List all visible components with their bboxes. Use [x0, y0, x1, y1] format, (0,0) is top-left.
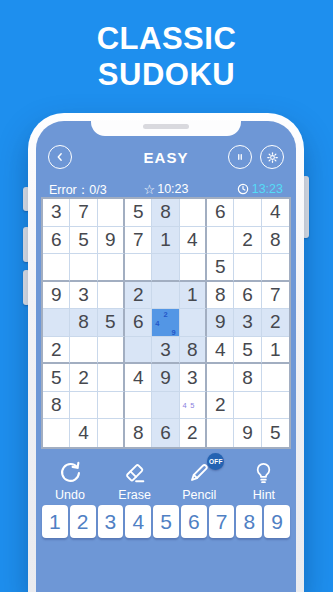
- cell-value: 6: [160, 422, 171, 444]
- cell-value: 3: [51, 201, 62, 223]
- cell-value: 8: [133, 422, 144, 444]
- cell-value: 4: [215, 339, 226, 361]
- cell-r9c6[interactable]: 2: [180, 419, 207, 447]
- cell-r2c4[interactable]: 7: [125, 227, 152, 255]
- cell-r8c1[interactable]: 8: [43, 392, 70, 420]
- numpad-key-5[interactable]: 5: [153, 505, 179, 538]
- cell-r1c4[interactable]: 5: [125, 199, 152, 227]
- status-bar: Error：0/3 ☆ 10:23 13:23: [49, 182, 283, 198]
- cell-r1c2[interactable]: 7: [70, 199, 97, 227]
- cell-value: 5: [133, 201, 144, 223]
- cell-r7c9[interactable]: [262, 364, 289, 392]
- cell-r4c6[interactable]: 1: [180, 282, 207, 310]
- cell-r2c3[interactable]: 9: [98, 227, 125, 255]
- cell-value: 3: [187, 367, 198, 389]
- cell-r3c5[interactable]: [152, 254, 179, 282]
- bulb-icon: [251, 459, 276, 485]
- cell-value: 5: [270, 422, 281, 444]
- cell-r2c9[interactable]: 8: [262, 227, 289, 255]
- star-icon: ☆: [144, 183, 156, 196]
- cell-r7c4[interactable]: 4: [125, 364, 152, 392]
- cell-value: 8: [215, 284, 226, 306]
- cell-value: 2: [215, 394, 226, 416]
- cell-value: 5: [215, 256, 226, 278]
- error-label: Error：: [49, 183, 89, 197]
- cell-r7c8[interactable]: 8: [234, 364, 261, 392]
- cell-r2c6[interactable]: 4: [180, 227, 207, 255]
- erase-button[interactable]: Erase: [107, 459, 163, 502]
- difficulty-label: EASY: [36, 149, 296, 166]
- cell-value: 4: [187, 229, 198, 251]
- cell-r7c2[interactable]: 2: [70, 364, 97, 392]
- cell-value: 2: [242, 229, 253, 251]
- cell-r5c3[interactable]: 5: [98, 309, 125, 337]
- numpad-key-3[interactable]: 3: [98, 505, 124, 538]
- cell-r3c8[interactable]: [234, 254, 261, 282]
- cell-r1c3[interactable]: [98, 199, 125, 227]
- cell-value: 1: [187, 284, 198, 306]
- cell-r3c4[interactable]: [125, 254, 152, 282]
- pencil-button[interactable]: Pencil OFF: [171, 459, 227, 502]
- cell-r2c5[interactable]: 1: [152, 227, 179, 255]
- numpad-key-1[interactable]: 1: [42, 505, 68, 538]
- cell-value: 7: [78, 201, 89, 223]
- cell-r1c1[interactable]: 3: [43, 199, 70, 227]
- cell-value: 8: [187, 339, 198, 361]
- cell-value: 4: [270, 201, 281, 223]
- numpad: 123456789: [42, 505, 290, 538]
- cell-r7c7[interactable]: [207, 364, 234, 392]
- cell-value: 5: [78, 229, 89, 251]
- cell-value: 5: [105, 311, 116, 333]
- star-time: ☆ 10:23: [144, 182, 189, 196]
- cell-r8c8[interactable]: [234, 392, 261, 420]
- cell-r6c5[interactable]: 3: [152, 337, 179, 365]
- cell-value: 1: [270, 339, 281, 361]
- cell-r9c3[interactable]: [98, 419, 125, 447]
- cell-value: 2: [270, 311, 281, 333]
- cell-r8c2[interactable]: [70, 392, 97, 420]
- eraser-icon: [122, 459, 147, 485]
- cell-r8c6[interactable]: 45: [180, 392, 207, 420]
- cell-r1c5[interactable]: 8: [152, 199, 179, 227]
- cell-value: 2: [187, 422, 198, 444]
- cell-value: 7: [270, 284, 281, 306]
- cell-r8c5[interactable]: [152, 392, 179, 420]
- pencil-notes: 249: [153, 310, 177, 335]
- numpad-key-9[interactable]: 9: [264, 505, 290, 538]
- cell-r9c1[interactable]: [43, 419, 70, 447]
- cell-r7c6[interactable]: 3: [180, 364, 207, 392]
- cell-r4c3[interactable]: [98, 282, 125, 310]
- cell-r3c1[interactable]: [43, 254, 70, 282]
- cell-r4c9[interactable]: 7: [262, 282, 289, 310]
- cell-r3c7[interactable]: 5: [207, 254, 234, 282]
- cell-value: 8: [242, 367, 253, 389]
- cell-value: 3: [242, 311, 253, 333]
- phone: EASY Error：0/3: [28, 113, 304, 592]
- timer: 13:23: [237, 182, 283, 196]
- cell-value: 6: [51, 229, 62, 251]
- cell-r5c1[interactable]: [43, 309, 70, 337]
- gear-icon: [265, 150, 280, 165]
- undo-icon: [58, 459, 83, 485]
- app-title: CLASSIC SUDOKU: [0, 21, 333, 93]
- cell-r6c6[interactable]: 8: [180, 337, 207, 365]
- cell-value: 4: [78, 422, 89, 444]
- star-value: 10:23: [157, 182, 188, 196]
- cell-value: 6: [215, 201, 226, 223]
- pencil-label: Pencil: [182, 488, 216, 502]
- cell-value: 8: [270, 229, 281, 251]
- hint-button[interactable]: Hint: [236, 459, 292, 502]
- cell-value: 9: [215, 311, 226, 333]
- cell-r4c8[interactable]: 6: [234, 282, 261, 310]
- cell-r3c6[interactable]: [180, 254, 207, 282]
- cell-r9c7[interactable]: [207, 419, 234, 447]
- notch: [91, 121, 241, 136]
- cell-value: 2: [51, 339, 62, 361]
- cell-r7c5[interactable]: 9: [152, 364, 179, 392]
- cell-r6c4[interactable]: [125, 337, 152, 365]
- cell-r5c7[interactable]: 9: [207, 309, 234, 337]
- cell-r1c6[interactable]: [180, 199, 207, 227]
- cell-r5c4[interactable]: 6: [125, 309, 152, 337]
- erase-label: Erase: [118, 488, 151, 502]
- cell-value: 7: [133, 229, 144, 251]
- cell-value: 5: [242, 339, 253, 361]
- hint-label: Hint: [253, 488, 275, 502]
- pencil-off-badge[interactable]: OFF: [207, 453, 224, 470]
- cell-value: 8: [51, 394, 62, 416]
- cell-r2c7[interactable]: [207, 227, 234, 255]
- cell-r9c5[interactable]: 6: [152, 419, 179, 447]
- pause-button[interactable]: [228, 145, 252, 169]
- cell-value: 9: [105, 229, 116, 251]
- cell-r2c2[interactable]: 5: [70, 227, 97, 255]
- cell-r3c3[interactable]: [98, 254, 125, 282]
- cell-r5c9[interactable]: 2: [262, 309, 289, 337]
- undo-button[interactable]: Undo: [42, 459, 98, 502]
- cell-r5c6[interactable]: [180, 309, 207, 337]
- cell-r4c1[interactable]: 9: [43, 282, 70, 310]
- header: EASY: [36, 145, 296, 171]
- speaker: [143, 124, 189, 129]
- cell-value: 3: [78, 284, 89, 306]
- numpad-key-4[interactable]: 4: [125, 505, 151, 538]
- cell-r6c7[interactable]: 4: [207, 337, 234, 365]
- cell-value: 4: [133, 367, 144, 389]
- pause-icon: [234, 151, 246, 163]
- cell-r6c2[interactable]: [70, 337, 97, 365]
- cell-value: 2: [78, 367, 89, 389]
- cell-r6c3[interactable]: [98, 337, 125, 365]
- cell-r4c7[interactable]: 8: [207, 282, 234, 310]
- clock-icon: [237, 183, 249, 195]
- cell-r6c9[interactable]: 1: [262, 337, 289, 365]
- numpad-key-8[interactable]: 8: [236, 505, 262, 538]
- sudoku-grid: 3758646597142859321867856249932238451524…: [41, 197, 291, 449]
- cell-r2c1[interactable]: 6: [43, 227, 70, 255]
- cell-r7c1[interactable]: 5: [43, 364, 70, 392]
- cell-value: 8: [160, 201, 171, 223]
- cell-r8c7[interactable]: 2: [207, 392, 234, 420]
- numpad-key-2[interactable]: 2: [70, 505, 96, 538]
- cell-r4c5[interactable]: [152, 282, 179, 310]
- timer-value: 13:23: [252, 182, 283, 196]
- cell-r5c8[interactable]: 3: [234, 309, 261, 337]
- cell-r3c9[interactable]: [262, 254, 289, 282]
- cell-r9c2[interactable]: 4: [70, 419, 97, 447]
- cell-r8c4[interactable]: [125, 392, 152, 420]
- cell-r9c4[interactable]: 8: [125, 419, 152, 447]
- cell-r7c3[interactable]: [98, 364, 125, 392]
- cell-r9c8[interactable]: 9: [234, 419, 261, 447]
- cell-r9c9[interactable]: 5: [262, 419, 289, 447]
- undo-label: Undo: [55, 488, 85, 502]
- cell-r6c8[interactable]: 5: [234, 337, 261, 365]
- cell-r3c2[interactable]: [70, 254, 97, 282]
- cell-r1c9[interactable]: 4: [262, 199, 289, 227]
- app-title-line1: CLASSIC: [0, 21, 333, 57]
- cell-value: 6: [242, 284, 253, 306]
- cell-r2c8[interactable]: 2: [234, 227, 261, 255]
- cell-value: 9: [242, 422, 253, 444]
- app-title-line2: SUDOKU: [0, 57, 333, 93]
- cell-value: 1: [160, 229, 171, 251]
- cell-value: 8: [78, 311, 89, 333]
- numpad-key-6[interactable]: 6: [181, 505, 207, 538]
- cell-r1c8[interactable]: [234, 199, 261, 227]
- numpad-key-7[interactable]: 7: [209, 505, 235, 538]
- cell-value: 2: [133, 284, 144, 306]
- cell-value: 5: [51, 367, 62, 389]
- settings-button[interactable]: [260, 145, 284, 169]
- cell-r4c2[interactable]: 3: [70, 282, 97, 310]
- error-value: 0/3: [89, 183, 106, 197]
- toolbar: Undo Erase: [42, 459, 292, 502]
- cell-r5c5[interactable]: 249: [152, 309, 179, 337]
- screen: EASY Error：0/3: [36, 121, 296, 592]
- cell-value: 9: [160, 367, 171, 389]
- pencil-notes: 45: [181, 393, 204, 418]
- cell-value: 9: [51, 284, 62, 306]
- cell-r5c2[interactable]: 8: [70, 309, 97, 337]
- cell-r1c7[interactable]: 6: [207, 199, 234, 227]
- cell-r4c4[interactable]: 2: [125, 282, 152, 310]
- cell-value: 6: [133, 311, 144, 333]
- cell-value: 3: [160, 339, 171, 361]
- cell-r6c1[interactable]: 2: [43, 337, 70, 365]
- cell-r8c3[interactable]: [98, 392, 125, 420]
- cell-r8c9[interactable]: [262, 392, 289, 420]
